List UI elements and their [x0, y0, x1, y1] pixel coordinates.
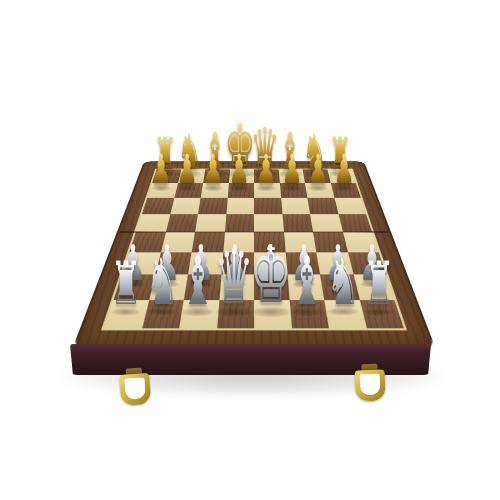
piece-silver-bishop[interactable]: ♝ [289, 247, 324, 314]
brass-latch-right-icon [354, 363, 385, 402]
board-square[interactable] [338, 214, 372, 232]
piece-silver-king[interactable]: ♚ [250, 235, 292, 315]
piece-gold-pawn[interactable]: ♟ [307, 149, 328, 189]
piece-gold-pawn[interactable]: ♟ [177, 149, 198, 189]
brass-latch-left-icon [119, 367, 152, 407]
latch-ring-hole [124, 377, 145, 399]
piece-silver-knight[interactable]: ♞ [145, 250, 179, 314]
piece-silver-rook[interactable]: ♜ [110, 254, 141, 314]
piece-silver-bishop[interactable]: ♝ [181, 247, 216, 314]
piece-silver-knight[interactable]: ♞ [326, 250, 360, 314]
latch-ring-hole [360, 374, 381, 396]
piece-gold-pawn[interactable]: ♟ [255, 149, 276, 189]
piece-gold-pawn[interactable]: ♟ [229, 149, 250, 189]
chess-set-photo: ♜♞♝♚♛♝♞♜♟♟♟♟♟♟♟♟♟♟♟♟♟♟♟♟♜♞♝♛♚♝♞♜ [0, 0, 500, 500]
board-square[interactable] [142, 198, 174, 214]
latch-ring [355, 369, 386, 401]
piece-silver-rook[interactable]: ♜ [364, 254, 395, 314]
board-square[interactable] [170, 198, 201, 214]
board-square[interactable] [334, 198, 366, 214]
board-square[interactable] [310, 214, 342, 232]
board-square[interactable] [307, 198, 338, 214]
board-square[interactable] [198, 198, 227, 214]
board-square[interactable] [254, 198, 282, 214]
board-square[interactable] [195, 214, 226, 232]
piece-gold-pawn[interactable]: ♟ [151, 149, 172, 189]
piece-silver-queen[interactable]: ♛ [215, 239, 255, 315]
piece-gold-pawn[interactable]: ♟ [333, 149, 354, 189]
piece-gold-pawn[interactable]: ♟ [281, 149, 302, 189]
board-square[interactable] [226, 198, 254, 214]
piece-gold-pawn[interactable]: ♟ [203, 149, 224, 189]
board-square[interactable] [136, 214, 170, 232]
board-square[interactable] [166, 214, 198, 232]
latch-ring [119, 373, 151, 406]
board-square[interactable] [281, 198, 310, 214]
pieces-layer: ♜♞♝♚♛♝♞♜♟♟♟♟♟♟♟♟♟♟♟♟♟♟♟♟♜♞♝♛♚♝♞♜ [0, 0, 500, 500]
